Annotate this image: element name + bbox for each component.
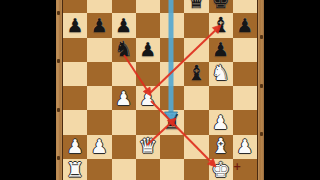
- square-a4[interactable]: [63, 86, 87, 110]
- chess-board[interactable]: ♛♚♟♟♟♝♟♞♟♟♝♞♟♟♜♟♟♟♛♝♟♜♚: [63, 0, 257, 180]
- square-c8[interactable]: [112, 0, 136, 13]
- square-f2[interactable]: [184, 135, 208, 159]
- piece-black-pawn[interactable]: ♟: [236, 16, 253, 35]
- square-f4[interactable]: [184, 86, 208, 110]
- square-g5[interactable]: ♞: [209, 62, 233, 86]
- frame-tick: [57, 108, 60, 112]
- square-h3[interactable]: [233, 110, 257, 134]
- piece-black-pawn[interactable]: ♟: [212, 40, 229, 59]
- square-g1[interactable]: ♚: [209, 159, 233, 180]
- square-e8[interactable]: [160, 0, 184, 13]
- square-c1[interactable]: [112, 159, 136, 180]
- frame-tick: [57, 59, 60, 63]
- square-b5[interactable]: [87, 62, 111, 86]
- square-b1[interactable]: [87, 159, 111, 180]
- chess-app: ♛♚♟♟♟♝♟♞♟♟♝♞♟♟♜♟♟♟♛♝♟♜♚ +: [0, 0, 320, 180]
- square-g3[interactable]: ♟: [209, 110, 233, 134]
- piece-white-pawn[interactable]: ♟: [236, 137, 253, 156]
- square-c7[interactable]: ♟: [112, 13, 136, 37]
- square-d7[interactable]: [136, 13, 160, 37]
- square-c2[interactable]: [112, 135, 136, 159]
- square-d6[interactable]: ♟: [136, 38, 160, 62]
- piece-black-bishop[interactable]: ♝: [187, 63, 206, 84]
- piece-black-pawn[interactable]: ♟: [139, 40, 156, 59]
- frame-tick: [260, 35, 263, 39]
- square-g6[interactable]: ♟: [209, 38, 233, 62]
- piece-black-pawn[interactable]: ♟: [67, 16, 84, 35]
- square-h2[interactable]: ♟: [233, 135, 257, 159]
- square-a8[interactable]: [63, 0, 87, 13]
- square-d8[interactable]: [136, 0, 160, 13]
- square-e3[interactable]: ♜: [160, 110, 184, 134]
- square-d5[interactable]: [136, 62, 160, 86]
- square-a1[interactable]: ♜: [63, 159, 87, 180]
- frame-tick: [260, 132, 263, 136]
- piece-black-queen[interactable]: ♛: [187, 0, 206, 12]
- square-e5[interactable]: [160, 62, 184, 86]
- square-e2[interactable]: [160, 135, 184, 159]
- square-h5[interactable]: [233, 62, 257, 86]
- piece-white-pawn[interactable]: ♟: [91, 137, 108, 156]
- square-a5[interactable]: [63, 62, 87, 86]
- piece-white-pawn[interactable]: ♟: [139, 89, 156, 108]
- square-b7[interactable]: ♟: [87, 13, 111, 37]
- square-f8[interactable]: ♛: [184, 0, 208, 13]
- square-g8[interactable]: ♚: [209, 0, 233, 13]
- piece-white-pawn[interactable]: ♟: [67, 137, 84, 156]
- square-h6[interactable]: [233, 38, 257, 62]
- piece-white-pawn[interactable]: ♟: [115, 89, 132, 108]
- square-a7[interactable]: ♟: [63, 13, 87, 37]
- piece-black-bishop[interactable]: ♝: [211, 15, 230, 36]
- square-f1[interactable]: [184, 159, 208, 180]
- square-b3[interactable]: [87, 110, 111, 134]
- piece-white-rook[interactable]: ♜: [66, 160, 85, 180]
- square-h4[interactable]: [233, 86, 257, 110]
- square-f7[interactable]: [184, 13, 208, 37]
- square-f6[interactable]: [184, 38, 208, 62]
- square-a6[interactable]: [63, 38, 87, 62]
- square-g4[interactable]: [209, 86, 233, 110]
- piece-black-knight[interactable]: ♞: [114, 39, 133, 60]
- piece-white-pawn[interactable]: ♟: [212, 113, 229, 132]
- square-d3[interactable]: [136, 110, 160, 134]
- piece-white-knight[interactable]: ♞: [211, 63, 230, 84]
- square-b2[interactable]: ♟: [87, 135, 111, 159]
- square-c3[interactable]: [112, 110, 136, 134]
- square-c5[interactable]: [112, 62, 136, 86]
- piece-white-bishop[interactable]: ♝: [211, 136, 230, 157]
- frame-tick: [57, 11, 60, 15]
- piece-white-queen[interactable]: ♛: [138, 136, 157, 157]
- square-d4[interactable]: ♟: [136, 86, 160, 110]
- piece-black-pawn[interactable]: ♟: [91, 16, 108, 35]
- square-h8[interactable]: [233, 0, 257, 13]
- square-e4[interactable]: [160, 86, 184, 110]
- piece-black-pawn[interactable]: ♟: [115, 16, 132, 35]
- square-b8[interactable]: [87, 0, 111, 13]
- square-a2[interactable]: ♟: [63, 135, 87, 159]
- square-h1[interactable]: [233, 159, 257, 180]
- square-e1[interactable]: [160, 159, 184, 180]
- square-h7[interactable]: ♟: [233, 13, 257, 37]
- frame-tick: [57, 156, 60, 160]
- piece-black-king[interactable]: ♚: [211, 0, 230, 12]
- square-d1[interactable]: [136, 159, 160, 180]
- square-c4[interactable]: ♟: [112, 86, 136, 110]
- square-f3[interactable]: [184, 110, 208, 134]
- square-e6[interactable]: [160, 38, 184, 62]
- piece-black-rook[interactable]: ♜: [163, 112, 182, 133]
- frame-tick: [260, 84, 263, 88]
- square-g2[interactable]: ♝: [209, 135, 233, 159]
- square-c6[interactable]: ♞: [112, 38, 136, 62]
- square-g7[interactable]: ♝: [209, 13, 233, 37]
- square-b6[interactable]: [87, 38, 111, 62]
- square-b4[interactable]: [87, 86, 111, 110]
- square-d2[interactable]: ♛: [136, 135, 160, 159]
- square-e7[interactable]: [160, 13, 184, 37]
- piece-white-king[interactable]: ♚: [211, 160, 230, 180]
- square-a3[interactable]: [63, 110, 87, 134]
- square-f5[interactable]: ♝: [184, 62, 208, 86]
